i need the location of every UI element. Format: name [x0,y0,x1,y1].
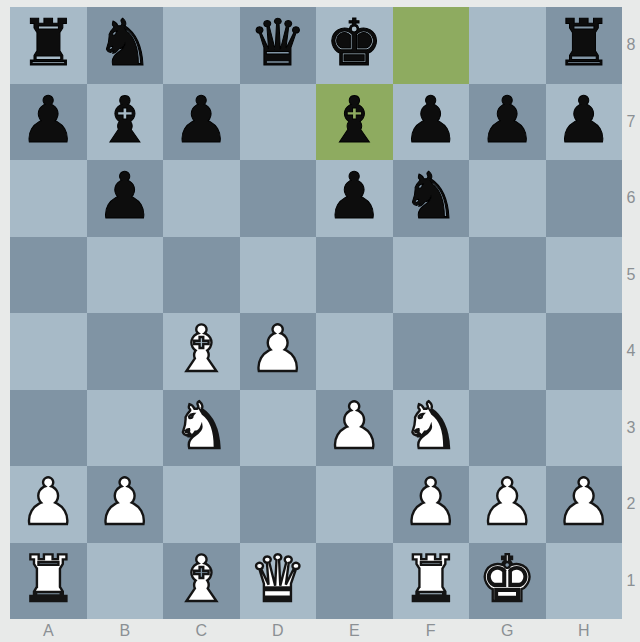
square-f3[interactable]: ♞ [393,390,470,467]
square-a8[interactable]: ♜ [10,7,87,84]
black-pawn[interactable]: ♟ [402,88,459,152]
square-g8[interactable] [469,7,546,84]
black-pawn[interactable]: ♟ [326,164,383,228]
square-f7[interactable]: ♟ [393,84,470,161]
square-c4[interactable]: ♝ [163,313,240,390]
square-c7[interactable]: ♟ [163,84,240,161]
white-rook[interactable]: ♜ [402,547,459,611]
file-label-b: B [87,619,164,642]
white-bishop[interactable]: ♝ [173,547,230,611]
square-h6[interactable] [546,160,623,237]
square-c8[interactable] [163,7,240,84]
rank-labels: 87654321 [622,7,640,619]
file-label-e: E [316,619,393,642]
chess-board: ♜♞♛♚♜♟♝♟♝♟♟♟♟♟♞♝♟♞♟♞♟♟♟♟♟♜♝♛♜♚ [10,7,622,619]
square-d3[interactable] [240,390,317,467]
square-b1[interactable] [87,543,164,620]
black-bishop[interactable]: ♝ [96,88,153,152]
file-label-a: A [10,619,87,642]
square-a7[interactable]: ♟ [10,84,87,161]
black-rook[interactable]: ♜ [555,11,612,75]
black-knight[interactable]: ♞ [96,11,153,75]
rank-label-6: 6 [622,160,640,237]
square-f1[interactable]: ♜ [393,543,470,620]
square-d8[interactable]: ♛ [240,7,317,84]
black-pawn[interactable]: ♟ [173,88,230,152]
square-e2[interactable] [316,466,393,543]
rank-label-4: 4 [622,313,640,390]
square-g1[interactable]: ♚ [469,543,546,620]
black-king[interactable]: ♚ [326,11,383,75]
rank-label-5: 5 [622,237,640,314]
square-b2[interactable]: ♟ [87,466,164,543]
square-e7[interactable]: ♝ [316,84,393,161]
black-pawn[interactable]: ♟ [20,88,77,152]
square-h3[interactable] [546,390,623,467]
square-f2[interactable]: ♟ [393,466,470,543]
square-c3[interactable]: ♞ [163,390,240,467]
square-a4[interactable] [10,313,87,390]
square-b5[interactable] [87,237,164,314]
square-d2[interactable] [240,466,317,543]
black-bishop[interactable]: ♝ [326,88,383,152]
square-g5[interactable] [469,237,546,314]
white-pawn[interactable]: ♟ [479,470,536,534]
square-e4[interactable] [316,313,393,390]
square-c6[interactable] [163,160,240,237]
square-a5[interactable] [10,237,87,314]
black-pawn[interactable]: ♟ [479,88,536,152]
square-c2[interactable] [163,466,240,543]
square-b8[interactable]: ♞ [87,7,164,84]
square-f5[interactable] [393,237,470,314]
white-rook[interactable]: ♜ [20,547,77,611]
chess-app-page: ♜♞♛♚♜♟♝♟♝♟♟♟♟♟♞♝♟♞♟♞♟♟♟♟♟♜♝♛♜♚ 87654321 … [0,0,640,642]
square-f8[interactable] [393,7,470,84]
white-pawn[interactable]: ♟ [96,470,153,534]
square-d6[interactable] [240,160,317,237]
square-g4[interactable] [469,313,546,390]
file-label-d: D [240,619,317,642]
file-label-h: H [546,619,623,642]
white-pawn[interactable]: ♟ [249,317,306,381]
square-d1[interactable]: ♛ [240,543,317,620]
square-b7[interactable]: ♝ [87,84,164,161]
file-labels: ABCDEFGH [10,619,622,642]
square-d7[interactable] [240,84,317,161]
square-b3[interactable] [87,390,164,467]
rank-label-2: 2 [622,466,640,543]
square-a2[interactable]: ♟ [10,466,87,543]
square-g7[interactable]: ♟ [469,84,546,161]
black-pawn[interactable]: ♟ [96,164,153,228]
square-h2[interactable]: ♟ [546,466,623,543]
white-pawn[interactable]: ♟ [20,470,77,534]
white-pawn[interactable]: ♟ [326,394,383,458]
white-pawn[interactable]: ♟ [555,470,612,534]
square-a3[interactable] [10,390,87,467]
square-h7[interactable]: ♟ [546,84,623,161]
square-b4[interactable] [87,313,164,390]
file-label-c: C [163,619,240,642]
file-label-f: F [393,619,470,642]
square-g2[interactable]: ♟ [469,466,546,543]
square-f4[interactable] [393,313,470,390]
square-h4[interactable] [546,313,623,390]
white-knight[interactable]: ♞ [173,394,230,458]
rank-label-1: 1 [622,543,640,620]
rank-label-8: 8 [622,7,640,84]
black-rook[interactable]: ♜ [20,11,77,75]
white-pawn[interactable]: ♟ [402,470,459,534]
square-c1[interactable]: ♝ [163,543,240,620]
square-b6[interactable]: ♟ [87,160,164,237]
white-queen[interactable]: ♛ [249,547,306,611]
square-d5[interactable] [240,237,317,314]
rank-label-7: 7 [622,84,640,161]
rank-label-3: 3 [622,390,640,467]
square-f6[interactable]: ♞ [393,160,470,237]
file-label-g: G [469,619,546,642]
square-e8[interactable]: ♚ [316,7,393,84]
square-h8[interactable]: ♜ [546,7,623,84]
square-e3[interactable]: ♟ [316,390,393,467]
black-queen[interactable]: ♛ [249,11,306,75]
square-e1[interactable] [316,543,393,620]
square-e5[interactable] [316,237,393,314]
square-a6[interactable] [10,160,87,237]
square-g3[interactable] [469,390,546,467]
square-h5[interactable] [546,237,623,314]
square-d4[interactable]: ♟ [240,313,317,390]
white-bishop[interactable]: ♝ [173,317,230,381]
square-e6[interactable]: ♟ [316,160,393,237]
black-pawn[interactable]: ♟ [555,88,612,152]
square-g6[interactable] [469,160,546,237]
square-c5[interactable] [163,237,240,314]
white-king[interactable]: ♚ [479,547,536,611]
square-h1[interactable] [546,543,623,620]
square-a1[interactable]: ♜ [10,543,87,620]
black-knight[interactable]: ♞ [402,164,459,228]
white-knight[interactable]: ♞ [402,394,459,458]
